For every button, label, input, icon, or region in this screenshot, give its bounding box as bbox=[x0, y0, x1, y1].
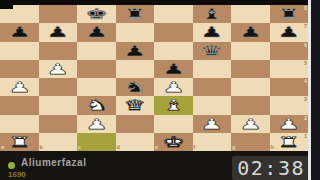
square-d6[interactable]: ♟ bbox=[116, 42, 155, 60]
rank-label-8: 8 bbox=[304, 6, 307, 12]
square-h4[interactable]: 4 bbox=[270, 78, 309, 96]
square-d3[interactable]: ♛ bbox=[116, 96, 155, 114]
player-name: Aliumerfazal bbox=[21, 157, 86, 168]
square-f6[interactable]: ♛ bbox=[193, 42, 232, 60]
square-b4[interactable] bbox=[39, 78, 78, 96]
top-status-bar bbox=[0, 0, 320, 5]
square-g4[interactable] bbox=[231, 78, 270, 96]
piece-black-king-c8[interactable]: ♚ bbox=[85, 6, 108, 21]
piece-black-pawn-g7[interactable]: ♟ bbox=[239, 25, 262, 40]
square-d1[interactable]: d bbox=[116, 133, 155, 151]
square-f7[interactable]: ♟ bbox=[193, 23, 232, 41]
square-b7[interactable]: ♟ bbox=[39, 23, 78, 41]
rank-label-6: 6 bbox=[304, 43, 307, 49]
player-clock: 02:38 bbox=[232, 156, 308, 180]
square-d7[interactable] bbox=[116, 23, 155, 41]
square-h5[interactable]: 5 bbox=[270, 60, 309, 78]
square-c4[interactable] bbox=[77, 78, 116, 96]
square-g5[interactable] bbox=[231, 60, 270, 78]
rank-label-4: 4 bbox=[304, 79, 307, 85]
square-h6[interactable]: 6 bbox=[270, 42, 309, 60]
square-h2[interactable]: ♟2 bbox=[270, 115, 309, 133]
rank-label-2: 2 bbox=[304, 116, 307, 122]
piece-black-bishop-f8[interactable]: ♝ bbox=[200, 6, 223, 21]
piece-white-pawn-b5[interactable]: ♟ bbox=[46, 61, 69, 76]
file-label-h: h bbox=[271, 145, 274, 151]
piece-black-pawn-d6[interactable]: ♟ bbox=[123, 43, 146, 58]
square-f2[interactable]: ♟ bbox=[193, 115, 232, 133]
piece-white-pawn-a4[interactable]: ♟ bbox=[8, 79, 31, 94]
square-h7[interactable]: ♟7 bbox=[270, 23, 309, 41]
square-e6[interactable] bbox=[154, 42, 193, 60]
square-e8[interactable] bbox=[154, 5, 193, 23]
piece-white-pawn-f2[interactable]: ♟ bbox=[200, 116, 223, 131]
square-a6[interactable] bbox=[0, 42, 39, 60]
square-e5[interactable]: ♟ bbox=[154, 60, 193, 78]
square-a2[interactable] bbox=[0, 115, 39, 133]
piece-white-king-e1[interactable]: ♚ bbox=[162, 134, 185, 149]
square-e1[interactable]: ♚e bbox=[154, 133, 193, 151]
square-h3[interactable]: 3 bbox=[270, 96, 309, 114]
piece-black-pawn-h7[interactable]: ♟ bbox=[277, 25, 300, 40]
rank-label-3: 3 bbox=[304, 97, 307, 103]
square-e2[interactable] bbox=[154, 115, 193, 133]
piece-white-knight-c3[interactable]: ♞ bbox=[85, 98, 108, 113]
online-status-icon bbox=[8, 162, 15, 169]
right-edge-dark-strip bbox=[311, 0, 320, 180]
square-f3[interactable] bbox=[193, 96, 232, 114]
piece-white-rook-a1[interactable]: ♜ bbox=[8, 134, 31, 149]
piece-white-pawn-c2[interactable]: ♟ bbox=[85, 116, 108, 131]
file-label-g: g bbox=[232, 145, 235, 151]
square-b6[interactable] bbox=[39, 42, 78, 60]
piece-white-pawn-e4[interactable]: ♟ bbox=[162, 79, 185, 94]
piece-white-pawn-h2[interactable]: ♟ bbox=[277, 116, 300, 131]
file-label-d: d bbox=[117, 145, 120, 151]
square-d5[interactable] bbox=[116, 60, 155, 78]
square-f1[interactable]: f bbox=[193, 133, 232, 151]
square-a4[interactable]: ♟ bbox=[0, 78, 39, 96]
file-label-c: c bbox=[78, 145, 81, 151]
square-d8[interactable]: ♜ bbox=[116, 5, 155, 23]
player-rating: 1690 bbox=[8, 170, 26, 179]
file-label-b: b bbox=[40, 145, 43, 151]
square-c3[interactable]: ♞ bbox=[77, 96, 116, 114]
piece-white-pawn-g2[interactable]: ♟ bbox=[239, 116, 262, 131]
square-c5[interactable] bbox=[77, 60, 116, 78]
square-a7[interactable]: ♟ bbox=[0, 23, 39, 41]
square-g7[interactable]: ♟ bbox=[231, 23, 270, 41]
piece-black-pawn-e5[interactable]: ♟ bbox=[162, 61, 185, 76]
piece-white-rook-h1[interactable]: ♜ bbox=[277, 134, 300, 149]
square-f4[interactable] bbox=[193, 78, 232, 96]
square-b5[interactable]: ♟ bbox=[39, 60, 78, 78]
piece-black-pawn-a7[interactable]: ♟ bbox=[8, 25, 31, 40]
piece-black-knight-d4[interactable]: ♞ bbox=[123, 79, 146, 94]
piece-black-rook-d8[interactable]: ♜ bbox=[123, 6, 146, 21]
square-g2[interactable]: ♟ bbox=[231, 115, 270, 133]
piece-black-queen-f6[interactable]: ♛ bbox=[200, 43, 223, 58]
square-g6[interactable] bbox=[231, 42, 270, 60]
square-d4[interactable]: ♞ bbox=[116, 78, 155, 96]
rank-label-7: 7 bbox=[304, 24, 307, 30]
piece-black-pawn-b7[interactable]: ♟ bbox=[46, 25, 69, 40]
piece-black-pawn-c7[interactable]: ♟ bbox=[85, 25, 108, 40]
square-c6[interactable] bbox=[77, 42, 116, 60]
square-c1[interactable]: c bbox=[77, 133, 116, 151]
square-e7[interactable] bbox=[154, 23, 193, 41]
square-c2[interactable]: ♟ bbox=[77, 115, 116, 133]
rank-label-1: 1 bbox=[304, 134, 307, 140]
square-e3[interactable]: ♝ bbox=[154, 96, 193, 114]
square-h8[interactable]: ♜8 bbox=[270, 5, 309, 23]
square-a3[interactable] bbox=[0, 96, 39, 114]
piece-white-bishop-e3[interactable]: ♝ bbox=[162, 98, 185, 113]
chess-board: ♚♜♝♜8♟♟♟♟♟♟7♟♛6♟♟5♟♞♟4♞♛♝3♟♟♟♟2♜abcd♚efg… bbox=[0, 5, 308, 151]
square-b8[interactable] bbox=[39, 5, 78, 23]
square-b3[interactable] bbox=[39, 96, 78, 114]
chess-game-screen: ♚♜♝♜8♟♟♟♟♟♟7♟♛6♟♟5♟♞♟4♞♛♝3♟♟♟♟2♜abcd♚efg… bbox=[0, 0, 320, 180]
piece-black-pawn-f7[interactable]: ♟ bbox=[200, 25, 223, 40]
square-g1[interactable]: g bbox=[231, 133, 270, 151]
file-label-f: f bbox=[194, 145, 196, 151]
square-a5[interactable] bbox=[0, 60, 39, 78]
square-a1[interactable]: ♜a bbox=[0, 133, 39, 151]
square-c8[interactable]: ♚ bbox=[77, 5, 116, 23]
square-f8[interactable]: ♝ bbox=[193, 5, 232, 23]
square-b2[interactable] bbox=[39, 115, 78, 133]
rank-label-5: 5 bbox=[304, 61, 307, 67]
square-f5[interactable] bbox=[193, 60, 232, 78]
square-b1[interactable]: b bbox=[39, 133, 78, 151]
square-d2[interactable] bbox=[116, 115, 155, 133]
player-bar[interactable]: Aliumerfazal 1690 02:38 bbox=[0, 151, 320, 180]
square-e4[interactable]: ♟ bbox=[154, 78, 193, 96]
square-h1[interactable]: ♜1h bbox=[270, 133, 309, 151]
file-label-e: e bbox=[155, 145, 158, 151]
top-left-notch bbox=[0, 0, 13, 9]
piece-black-rook-h8[interactable]: ♜ bbox=[277, 6, 300, 21]
file-label-a: a bbox=[1, 145, 4, 151]
square-g3[interactable] bbox=[231, 96, 270, 114]
square-g8[interactable] bbox=[231, 5, 270, 23]
square-c7[interactable]: ♟ bbox=[77, 23, 116, 41]
piece-white-queen-d3[interactable]: ♛ bbox=[123, 98, 146, 113]
